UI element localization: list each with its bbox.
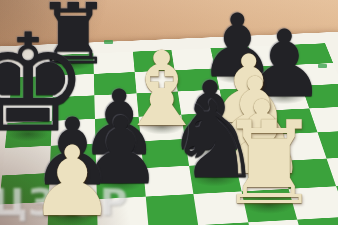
piece-white-pawn-b2[interactable]: ♟: [29, 134, 115, 225]
piece-white-rook-f2[interactable]: ♜: [218, 107, 321, 222]
chessboard-photo: ♜♟♟♚♝♟♟♟♟♟♟♞♟♟♜ ЦЗЮР: [0, 0, 338, 225]
pieces-layer: ♜♟♟♚♝♟♟♟♟♟♟♞♟♟♜: [0, 0, 338, 225]
